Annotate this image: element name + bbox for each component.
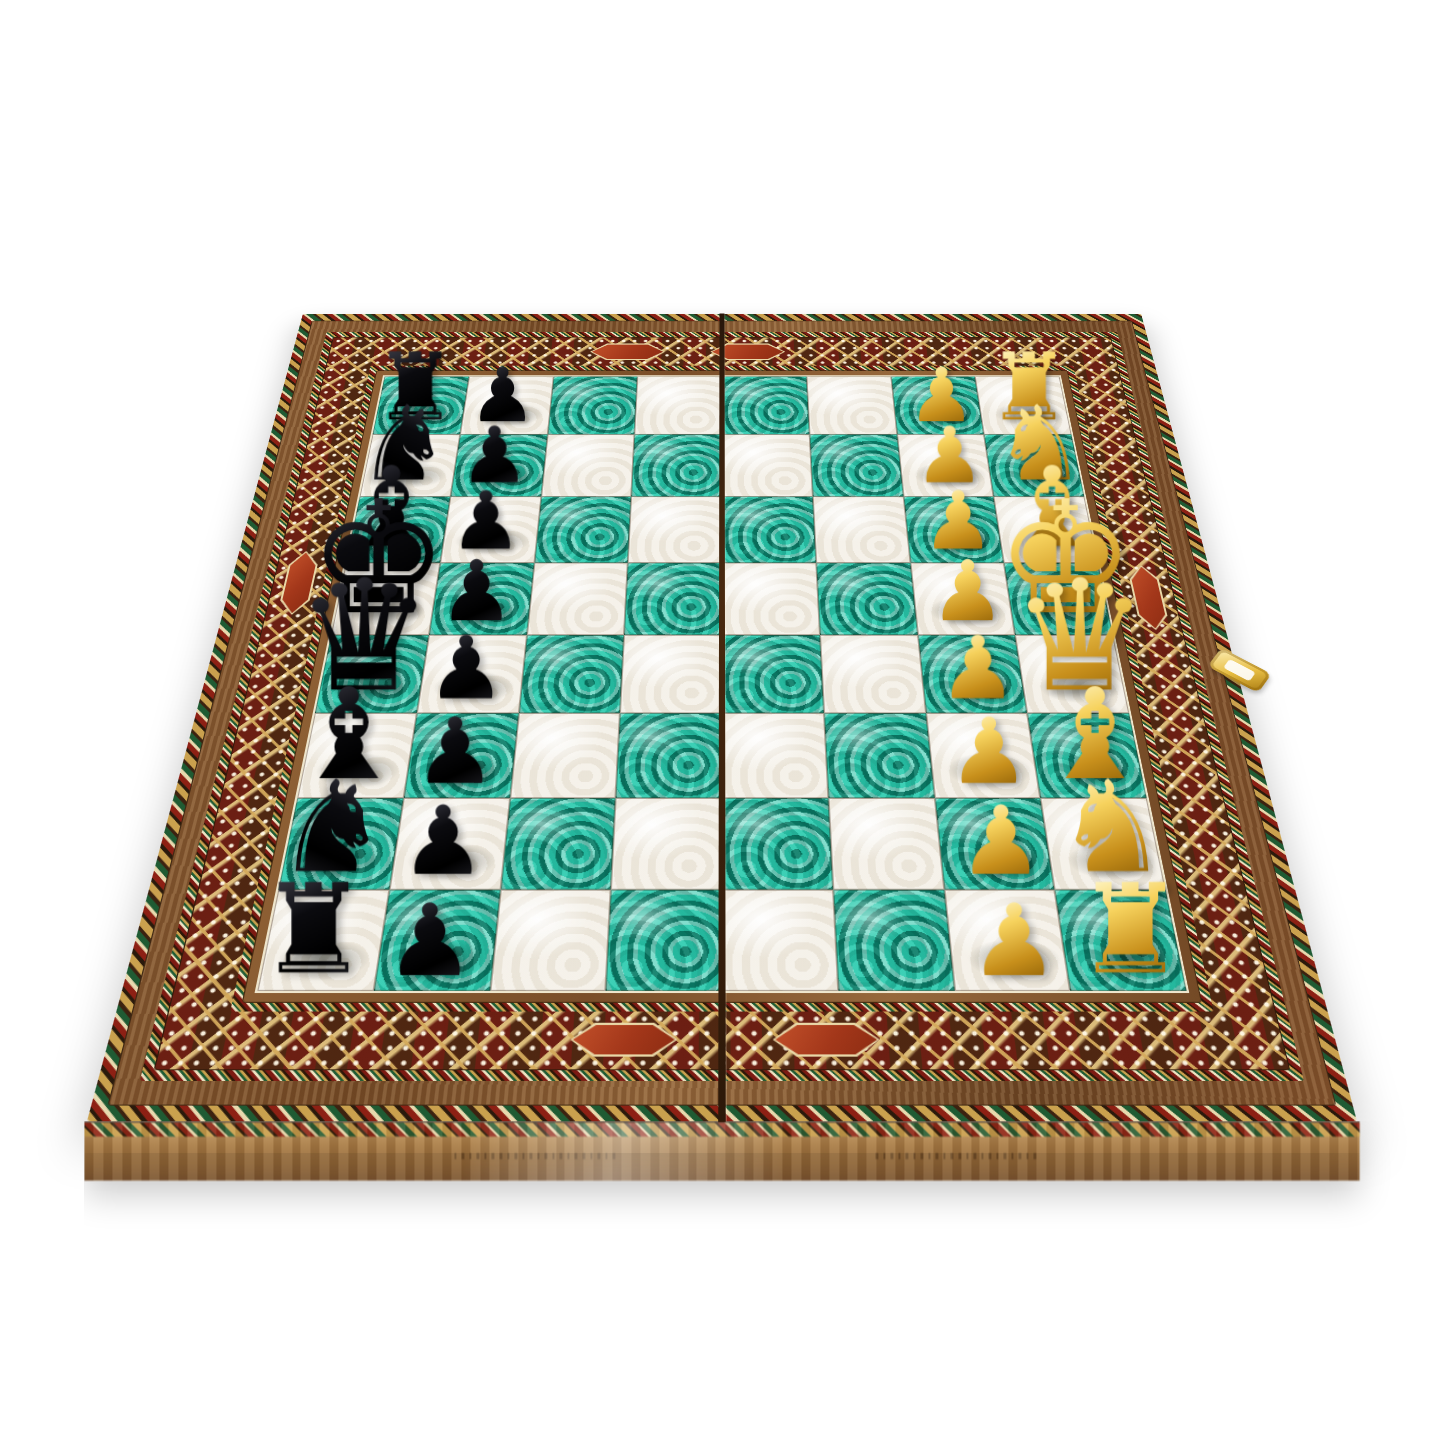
gold-pawn-glyph: ♟: [958, 797, 1043, 887]
black-pawn-glyph: ♟: [415, 708, 497, 795]
square-g7[interactable]: [450, 434, 547, 496]
piece-b2-gold-pawn[interactable]: ♟: [936, 799, 1057, 892]
square-g2[interactable]: [897, 434, 994, 496]
piece-a2-gold-pawn[interactable]: ♟: [945, 891, 1072, 993]
square-f3[interactable]: [813, 496, 910, 563]
square-g3[interactable]: [809, 434, 903, 496]
square-h7[interactable]: [460, 376, 553, 434]
square-h3[interactable]: [806, 376, 896, 434]
square-h6[interactable]: [547, 376, 637, 434]
square-h1[interactable]: [975, 376, 1071, 434]
box-front-edge: [84, 1121, 1359, 1180]
stamp-marks: [875, 1153, 1038, 1159]
square-h8[interactable]: [373, 376, 469, 434]
square-e5[interactable]: [624, 563, 722, 635]
square-e4[interactable]: [722, 563, 820, 635]
square-f4[interactable]: [722, 496, 816, 563]
black-pawn-glyph: ♟: [401, 797, 486, 887]
piece-a1-gold-rook[interactable]: ♜: [1057, 891, 1190, 993]
gold-pawn-glyph: ♟: [969, 894, 1058, 989]
black-pawn-glyph: ♟: [386, 894, 475, 989]
square-h2[interactable]: [891, 376, 984, 434]
square-g6[interactable]: [541, 434, 635, 496]
square-g4[interactable]: [722, 434, 813, 496]
square-g5[interactable]: [631, 434, 722, 496]
square-f5[interactable]: [628, 496, 722, 563]
piece-a8-black-rook[interactable]: ♜: [254, 891, 387, 993]
square-e6[interactable]: [527, 563, 628, 635]
chess-set-photo: ♜♞♝♛♚♝♞♜♟♟♟♟♟♟♟♟♟♟♟♟♟♟♟♟♜♞♝♛♚♝♞♜: [0, 0, 1445, 1445]
stamp-marks: [454, 1153, 617, 1159]
square-g1[interactable]: [984, 434, 1084, 496]
square-e3[interactable]: [816, 563, 917, 635]
black-rook-glyph: ♜: [258, 872, 369, 989]
gold-rook-glyph: ♜: [1075, 872, 1186, 989]
square-f6[interactable]: [534, 496, 631, 563]
square-h4[interactable]: [722, 376, 809, 434]
square-h5[interactable]: [635, 376, 722, 434]
square-f7[interactable]: [440, 496, 541, 563]
board-perspective-wrapper: ♜♞♝♛♚♝♞♜♟♟♟♟♟♟♟♟♟♟♟♟♟♟♟♟♜♞♝♛♚♝♞♜: [87, 314, 1357, 1122]
gold-pawn-glyph: ♟: [948, 708, 1030, 795]
square-f2[interactable]: [903, 496, 1004, 563]
piece-b7-black-pawn[interactable]: ♟: [387, 799, 508, 892]
piece-a7-black-pawn[interactable]: ♟: [371, 891, 498, 993]
square-g8[interactable]: [360, 434, 460, 496]
